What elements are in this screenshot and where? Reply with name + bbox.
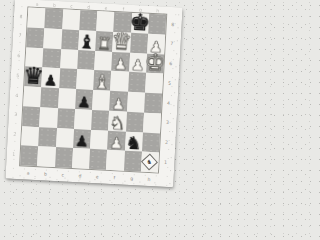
- square-b6[interactable]: [43, 48, 61, 69]
- square-d1[interactable]: [72, 148, 90, 169]
- square-h2[interactable]: [142, 132, 160, 153]
- square-h3[interactable]: [143, 112, 161, 133]
- piece-black-pawn[interactable]: ♟: [77, 95, 91, 111]
- square-g8[interactable]: ♚: [131, 13, 149, 34]
- square-c5[interactable]: [59, 68, 77, 89]
- square-c1[interactable]: [55, 147, 73, 168]
- square-a4[interactable]: [23, 86, 41, 107]
- piece-white-queen[interactable]: ♛: [111, 29, 133, 53]
- file-label-bottom-g: g: [123, 176, 140, 181]
- square-d5[interactable]: [76, 69, 94, 90]
- square-e5[interactable]: ♝: [93, 70, 111, 91]
- piece-white-rook[interactable]: ♜: [97, 36, 112, 53]
- square-d8[interactable]: [79, 10, 97, 31]
- rank-label-right-1: 1: [161, 153, 170, 173]
- square-c3[interactable]: [57, 108, 75, 129]
- square-b3[interactable]: [39, 107, 57, 128]
- piece-white-king[interactable]: ♚: [144, 51, 166, 75]
- file-label-bottom-d: d: [71, 173, 88, 178]
- rank-label-left-5: 5: [13, 66, 22, 86]
- rank-label-right-7: 7: [167, 35, 176, 55]
- square-h1[interactable]: ♞: [141, 152, 159, 173]
- piece-black-queen[interactable]: ♛: [23, 64, 45, 88]
- square-e3[interactable]: [91, 110, 109, 131]
- square-g5[interactable]: [128, 72, 146, 93]
- square-f3[interactable]: ♞: [108, 111, 126, 132]
- piece-black-pawn[interactable]: ♟: [75, 134, 89, 150]
- square-a2[interactable]: [21, 126, 39, 147]
- rank-label-left-4: 4: [12, 86, 21, 106]
- square-c2[interactable]: [56, 128, 74, 149]
- piece-white-pawn[interactable]: ♟: [111, 97, 125, 113]
- logo-knight-icon: ♞: [147, 159, 153, 165]
- file-label-top-c: c: [63, 4, 80, 9]
- file-label-bottom-f: f: [106, 175, 123, 180]
- file-label-top-b: b: [46, 3, 63, 8]
- piece-white-knight[interactable]: ♞: [109, 113, 126, 132]
- piece-white-pawn[interactable]: ♟: [130, 58, 144, 74]
- board-grid: ♚♝♜♛♟♟♟♚♛♟♝♟♟♞♟♟♞♞: [20, 7, 166, 172]
- square-d3[interactable]: [74, 109, 92, 130]
- square-d7[interactable]: ♝: [78, 30, 96, 51]
- rank-label-left-8: 8: [16, 7, 25, 27]
- square-e1[interactable]: [89, 149, 107, 170]
- file-label-top-h: h: [149, 8, 166, 13]
- square-e4[interactable]: [92, 90, 110, 111]
- piece-black-knight[interactable]: ♞: [125, 134, 142, 153]
- rank-label-right-5: 5: [165, 74, 174, 94]
- square-h5[interactable]: [145, 73, 163, 94]
- piece-white-pawn[interactable]: ♟: [113, 57, 127, 73]
- file-label-top-e: e: [97, 6, 114, 11]
- square-g3[interactable]: [126, 111, 144, 132]
- chessboard-mat: abcdefgh abcdefgh 87654321 87654321 ♚♝♜♛…: [5, 0, 182, 187]
- file-label-bottom-c: c: [54, 173, 71, 178]
- file-label-bottom-b: b: [37, 172, 54, 177]
- file-label-bottom-e: e: [89, 174, 106, 179]
- file-label-top-d: d: [80, 5, 97, 10]
- rank-label-left-1: 1: [9, 145, 18, 165]
- square-d6[interactable]: [77, 50, 95, 71]
- square-a1[interactable]: [20, 146, 38, 167]
- file-label-bottom-a: a: [20, 171, 37, 176]
- square-e2[interactable]: [90, 129, 108, 150]
- square-b8[interactable]: [45, 8, 63, 29]
- square-b5[interactable]: ♟: [41, 68, 59, 89]
- rank-label-right-3: 3: [163, 113, 172, 133]
- piece-white-pawn[interactable]: ♟: [109, 136, 123, 152]
- square-f6[interactable]: ♟: [111, 51, 129, 72]
- rank-label-left-2: 2: [10, 125, 19, 145]
- square-b2[interactable]: [38, 127, 56, 148]
- rank-label-right-6: 6: [166, 54, 175, 74]
- square-b4[interactable]: [40, 87, 58, 108]
- square-g4[interactable]: [127, 92, 145, 113]
- file-label-top-a: a: [28, 2, 45, 7]
- square-c6[interactable]: [60, 49, 78, 70]
- file-labels-bottom: abcdefgh: [20, 171, 158, 183]
- square-c7[interactable]: [61, 29, 79, 50]
- rank-label-right-2: 2: [162, 133, 171, 153]
- square-f5[interactable]: [110, 71, 128, 92]
- square-b7[interactable]: [44, 28, 62, 49]
- square-a5[interactable]: ♛: [24, 67, 42, 88]
- square-d2[interactable]: ♟: [73, 128, 91, 149]
- square-a7[interactable]: [26, 27, 44, 48]
- piece-black-pawn[interactable]: ♟: [43, 73, 57, 89]
- rank-label-left-6: 6: [14, 46, 23, 66]
- square-f1[interactable]: [106, 150, 124, 171]
- piece-white-bishop[interactable]: ♝: [93, 72, 111, 92]
- square-g2[interactable]: ♞: [125, 131, 143, 152]
- rank-label-left-3: 3: [11, 105, 20, 125]
- rank-label-right-4: 4: [164, 94, 173, 114]
- square-h4[interactable]: [144, 93, 162, 114]
- rank-label-left-7: 7: [15, 27, 24, 47]
- square-g1[interactable]: [123, 151, 141, 172]
- square-a8[interactable]: [27, 7, 45, 28]
- square-h6[interactable]: ♚: [146, 53, 164, 74]
- square-f2[interactable]: ♟: [107, 130, 125, 151]
- square-b1[interactable]: [37, 146, 55, 167]
- square-e6[interactable]: [94, 51, 112, 72]
- piece-black-bishop[interactable]: ♝: [78, 32, 96, 52]
- square-f7[interactable]: ♛: [112, 32, 130, 53]
- square-d4[interactable]: ♟: [75, 89, 93, 110]
- photo-background: { "game": "chess", "scene": "Overhead ph…: [0, 0, 200, 200]
- board-maker-logo: ♞: [141, 154, 158, 171]
- square-c8[interactable]: [62, 9, 80, 30]
- square-a3[interactable]: [22, 106, 40, 127]
- square-c4[interactable]: [58, 88, 76, 109]
- rank-label-right-8: 8: [168, 15, 177, 35]
- file-label-bottom-h: h: [140, 177, 157, 182]
- square-f4[interactable]: ♟: [109, 91, 127, 112]
